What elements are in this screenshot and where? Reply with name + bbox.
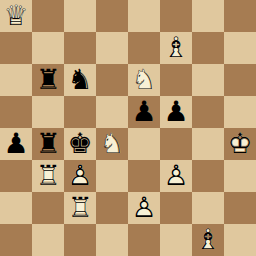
square-g6[interactable] <box>192 64 224 96</box>
white-knight-fill: ♞ <box>128 64 160 96</box>
square-d4[interactable]: ♞♘ <box>96 128 128 160</box>
white-queen-fill: ♛ <box>0 0 32 32</box>
square-e4[interactable] <box>128 128 160 160</box>
square-b5[interactable] <box>32 96 64 128</box>
square-h6[interactable] <box>224 64 256 96</box>
square-c8[interactable] <box>64 0 96 32</box>
square-d5[interactable] <box>96 96 128 128</box>
square-h3[interactable] <box>224 160 256 192</box>
square-g3[interactable] <box>192 160 224 192</box>
square-c1[interactable] <box>64 224 96 256</box>
square-g7[interactable] <box>192 32 224 64</box>
white-knight: ♘ <box>128 64 160 96</box>
white-queen: ♕ <box>0 0 32 32</box>
square-h1[interactable] <box>224 224 256 256</box>
square-d8[interactable] <box>96 0 128 32</box>
square-h2[interactable] <box>224 192 256 224</box>
white-bishop-fill: ♝ <box>160 32 192 64</box>
square-a7[interactable] <box>0 32 32 64</box>
square-e6[interactable]: ♞♘ <box>128 64 160 96</box>
square-a2[interactable] <box>0 192 32 224</box>
square-f3[interactable]: ♟♙ <box>160 160 192 192</box>
square-e3[interactable] <box>128 160 160 192</box>
white-bishop: ♗ <box>192 224 224 256</box>
square-d1[interactable] <box>96 224 128 256</box>
square-a8[interactable]: ♛♕ <box>0 0 32 32</box>
square-b1[interactable] <box>32 224 64 256</box>
white-pawn-fill: ♟ <box>160 160 192 192</box>
square-g8[interactable] <box>192 0 224 32</box>
square-f6[interactable] <box>160 64 192 96</box>
square-b6[interactable]: ♜ <box>32 64 64 96</box>
white-king: ♔ <box>224 128 256 160</box>
square-e8[interactable] <box>128 0 160 32</box>
white-king-fill: ♚ <box>224 128 256 160</box>
square-h7[interactable] <box>224 32 256 64</box>
square-b2[interactable] <box>32 192 64 224</box>
square-g2[interactable] <box>192 192 224 224</box>
square-f4[interactable] <box>160 128 192 160</box>
square-d6[interactable] <box>96 64 128 96</box>
square-e1[interactable] <box>128 224 160 256</box>
black-king: ♚ <box>64 128 96 160</box>
square-a3[interactable] <box>0 160 32 192</box>
black-rook: ♜ <box>32 64 64 96</box>
square-a1[interactable] <box>0 224 32 256</box>
black-pawn: ♟ <box>160 96 192 128</box>
black-pawn: ♟ <box>128 96 160 128</box>
square-e7[interactable] <box>128 32 160 64</box>
white-knight: ♘ <box>96 128 128 160</box>
square-f5[interactable]: ♟ <box>160 96 192 128</box>
square-f7[interactable]: ♝♗ <box>160 32 192 64</box>
white-knight-fill: ♞ <box>96 128 128 160</box>
square-c4[interactable]: ♚ <box>64 128 96 160</box>
white-bishop-fill: ♝ <box>192 224 224 256</box>
chess-board: ♛♕♝♗♜♞♞♘♟♟♟♜♚♞♘♚♔♜♖♟♙♟♙♜♖♟♙♝♗ <box>0 0 256 256</box>
square-c2[interactable]: ♜♖ <box>64 192 96 224</box>
square-d7[interactable] <box>96 32 128 64</box>
white-bishop: ♗ <box>160 32 192 64</box>
square-b3[interactable]: ♜♖ <box>32 160 64 192</box>
square-c3[interactable]: ♟♙ <box>64 160 96 192</box>
square-c6[interactable]: ♞ <box>64 64 96 96</box>
square-h4[interactable]: ♚♔ <box>224 128 256 160</box>
black-knight: ♞ <box>64 64 96 96</box>
square-d2[interactable] <box>96 192 128 224</box>
square-a6[interactable] <box>0 64 32 96</box>
square-b4[interactable]: ♜ <box>32 128 64 160</box>
white-rook-fill: ♜ <box>64 192 96 224</box>
white-pawn: ♙ <box>128 192 160 224</box>
white-pawn-fill: ♟ <box>64 160 96 192</box>
square-g4[interactable] <box>192 128 224 160</box>
white-rook: ♖ <box>32 160 64 192</box>
white-pawn-fill: ♟ <box>128 192 160 224</box>
black-rook: ♜ <box>32 128 64 160</box>
square-f2[interactable] <box>160 192 192 224</box>
square-f8[interactable] <box>160 0 192 32</box>
square-e2[interactable]: ♟♙ <box>128 192 160 224</box>
black-pawn: ♟ <box>0 128 32 160</box>
square-b8[interactable] <box>32 0 64 32</box>
square-b7[interactable] <box>32 32 64 64</box>
square-f1[interactable] <box>160 224 192 256</box>
square-a5[interactable] <box>0 96 32 128</box>
square-g5[interactable] <box>192 96 224 128</box>
square-c5[interactable] <box>64 96 96 128</box>
square-c7[interactable] <box>64 32 96 64</box>
square-h8[interactable] <box>224 0 256 32</box>
white-rook-fill: ♜ <box>32 160 64 192</box>
white-pawn: ♙ <box>64 160 96 192</box>
white-pawn: ♙ <box>160 160 192 192</box>
square-g1[interactable]: ♝♗ <box>192 224 224 256</box>
square-a4[interactable]: ♟ <box>0 128 32 160</box>
square-e5[interactable]: ♟ <box>128 96 160 128</box>
square-d3[interactable] <box>96 160 128 192</box>
square-h5[interactable] <box>224 96 256 128</box>
white-rook: ♖ <box>64 192 96 224</box>
